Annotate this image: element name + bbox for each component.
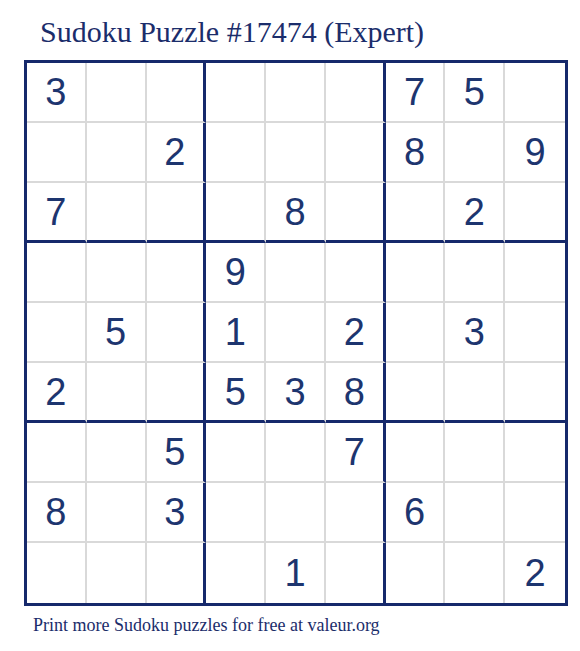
cell-r9c2: [87, 543, 147, 603]
cell-r9c5: 1: [266, 543, 326, 603]
cell-r4c1: [27, 243, 87, 303]
cell-r7c9: [505, 423, 565, 483]
cell-r3c5: 8: [266, 183, 326, 243]
cell-r6c5: 3: [266, 363, 326, 423]
cell-r7c2: [87, 423, 147, 483]
page-title: Sudoku Puzzle #17474 (Expert): [40, 15, 424, 49]
cell-r8c3: 3: [147, 483, 207, 543]
cell-r5c4: 1: [206, 303, 266, 363]
cell-r9c4: [206, 543, 266, 603]
cell-r3c8: 2: [445, 183, 505, 243]
cell-r3c2: [87, 183, 147, 243]
cell-r9c1: [27, 543, 87, 603]
cell-r7c3: 5: [147, 423, 207, 483]
cell-r7c1: [27, 423, 87, 483]
cell-r4c4: 9: [206, 243, 266, 303]
cell-r5c3: [147, 303, 207, 363]
cell-r2c1: [27, 123, 87, 183]
cell-r5c2: 5: [87, 303, 147, 363]
cell-r6c8: [445, 363, 505, 423]
cell-r6c3: [147, 363, 207, 423]
cell-r1c3: [147, 63, 207, 123]
cell-r5c6: 2: [326, 303, 386, 363]
cell-r9c3: [147, 543, 207, 603]
cell-r5c8: 3: [445, 303, 505, 363]
cell-r7c8: [445, 423, 505, 483]
cell-r6c9: [505, 363, 565, 423]
cell-r4c8: [445, 243, 505, 303]
cell-r3c6: [326, 183, 386, 243]
cell-r6c1: 2: [27, 363, 87, 423]
cell-r7c4: [206, 423, 266, 483]
cell-r1c7: 7: [386, 63, 446, 123]
cell-r8c9: [505, 483, 565, 543]
cell-r1c8: 5: [445, 63, 505, 123]
cell-r6c2: [87, 363, 147, 423]
cell-r2c4: [206, 123, 266, 183]
sudoku-board: 3752897829512325385783612: [24, 60, 568, 606]
cell-r4c2: [87, 243, 147, 303]
cell-r5c5: [266, 303, 326, 363]
cell-r8c7: 6: [386, 483, 446, 543]
cell-r1c1: 3: [27, 63, 87, 123]
cell-r2c9: 9: [505, 123, 565, 183]
cell-r5c1: [27, 303, 87, 363]
cell-r6c6: 8: [326, 363, 386, 423]
cell-r1c5: [266, 63, 326, 123]
cell-r3c9: [505, 183, 565, 243]
cell-r8c1: 8: [27, 483, 87, 543]
cell-r3c4: [206, 183, 266, 243]
cell-r6c7: [386, 363, 446, 423]
cell-r7c6: 7: [326, 423, 386, 483]
cell-r4c7: [386, 243, 446, 303]
cell-r2c5: [266, 123, 326, 183]
cell-r7c5: [266, 423, 326, 483]
footer-text: Print more Sudoku puzzles for free at va…: [33, 615, 380, 636]
cell-r4c5: [266, 243, 326, 303]
cell-r1c2: [87, 63, 147, 123]
cell-r9c9: 2: [505, 543, 565, 603]
cell-r8c4: [206, 483, 266, 543]
cell-r6c4: 5: [206, 363, 266, 423]
cell-r2c2: [87, 123, 147, 183]
cell-r4c6: [326, 243, 386, 303]
cell-r1c4: [206, 63, 266, 123]
cell-r1c9: [505, 63, 565, 123]
cell-r8c5: [266, 483, 326, 543]
cell-r1c6: [326, 63, 386, 123]
cell-r5c7: [386, 303, 446, 363]
cell-r5c9: [505, 303, 565, 363]
cell-r4c9: [505, 243, 565, 303]
cell-r8c8: [445, 483, 505, 543]
cell-r9c6: [326, 543, 386, 603]
cell-r8c6: [326, 483, 386, 543]
cell-r7c7: [386, 423, 446, 483]
cell-r2c7: 8: [386, 123, 446, 183]
cell-r2c6: [326, 123, 386, 183]
cell-r4c3: [147, 243, 207, 303]
cell-r3c1: 7: [27, 183, 87, 243]
cell-r2c8: [445, 123, 505, 183]
cell-r9c7: [386, 543, 446, 603]
cell-r2c3: 2: [147, 123, 207, 183]
cell-r8c2: [87, 483, 147, 543]
cell-r3c3: [147, 183, 207, 243]
cell-r9c8: [445, 543, 505, 603]
cell-r3c7: [386, 183, 446, 243]
